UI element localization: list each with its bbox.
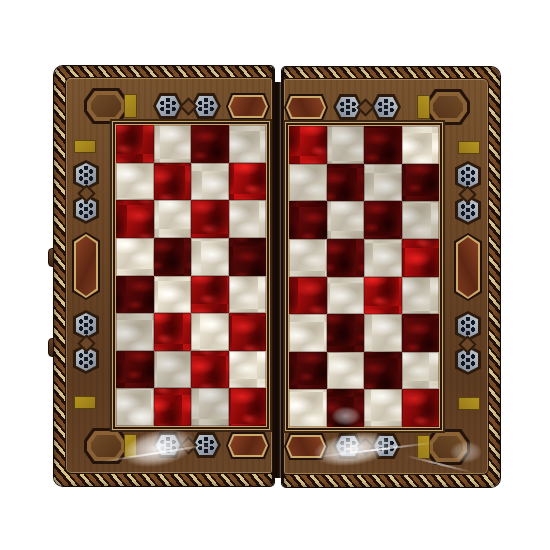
square-a3[interactable]: [116, 313, 154, 351]
square-a5[interactable]: [116, 238, 154, 276]
square-d6[interactable]: [229, 200, 267, 238]
rosette-pair: [73, 160, 99, 224]
square-b6[interactable]: [154, 200, 192, 238]
square-c5[interactable]: [191, 238, 229, 276]
square-b3[interactable]: [154, 313, 192, 351]
square-g7[interactable]: [364, 164, 402, 202]
square-f6[interactable]: [327, 201, 365, 239]
square-h6[interactable]: [402, 201, 440, 239]
square-c4[interactable]: [191, 276, 229, 314]
rosette-pair: [333, 94, 401, 120]
square-f4[interactable]: [327, 277, 365, 315]
square-e1[interactable]: [289, 389, 327, 427]
square-b7[interactable]: [154, 163, 192, 201]
square-c2[interactable]: [191, 351, 229, 389]
inlay-panel: [72, 232, 100, 300]
playfield-right: [289, 126, 439, 427]
square-h2[interactable]: [402, 352, 440, 390]
square-a4[interactable]: [116, 276, 154, 314]
square-a1[interactable]: [116, 388, 154, 426]
chess-board: [54, 66, 498, 487]
mustard-inlay: [74, 396, 96, 409]
square-a2[interactable]: [116, 351, 154, 389]
square-d7[interactable]: [229, 163, 267, 201]
square-b8[interactable]: [154, 125, 192, 163]
square-d5[interactable]: [229, 238, 267, 276]
square-c8[interactable]: [191, 125, 229, 163]
square-f8[interactable]: [327, 126, 365, 164]
square-b4[interactable]: [154, 276, 192, 314]
inlay-panel: [226, 93, 270, 120]
corner-motif-icon: [426, 429, 470, 465]
square-a8[interactable]: [116, 125, 154, 163]
square-c6[interactable]: [191, 200, 229, 238]
square-g4[interactable]: [364, 277, 402, 315]
square-c7[interactable]: [191, 163, 229, 201]
square-d4[interactable]: [229, 276, 267, 314]
checkerboard-left: [116, 125, 266, 426]
square-g8[interactable]: [364, 126, 402, 164]
square-e7[interactable]: [289, 164, 327, 202]
square-f2[interactable]: [327, 352, 365, 390]
corner-motif-icon: [84, 428, 128, 464]
square-h8[interactable]: [402, 126, 440, 164]
mustard-inlay: [124, 434, 137, 458]
square-e5[interactable]: [289, 239, 327, 277]
rosette-pair: [153, 93, 221, 119]
mustard-inlay: [417, 435, 430, 459]
square-g5[interactable]: [364, 239, 402, 277]
mosaic-rosette-icon: [371, 433, 401, 459]
rosette-pair: [153, 432, 221, 458]
square-f5[interactable]: [327, 239, 365, 277]
mosaic-rosette-icon: [371, 94, 401, 120]
board-left-half: [54, 66, 274, 486]
square-f3[interactable]: [327, 314, 365, 352]
square-d3[interactable]: [229, 313, 267, 351]
inlay-panel: [226, 432, 270, 459]
rosette-pair: [455, 161, 481, 225]
playfield-left: [116, 125, 266, 426]
square-e2[interactable]: [289, 352, 327, 390]
square-g6[interactable]: [364, 201, 402, 239]
square-e8[interactable]: [289, 126, 327, 164]
mustard-inlay: [458, 141, 480, 154]
mustard-inlay: [74, 140, 96, 153]
square-b1[interactable]: [154, 388, 192, 426]
mustard-inlay: [458, 397, 480, 410]
rosette-pair: [333, 433, 401, 459]
square-b2[interactable]: [154, 351, 192, 389]
inlay-panel: [454, 233, 482, 301]
square-h3[interactable]: [402, 314, 440, 352]
square-c3[interactable]: [191, 313, 229, 351]
square-e6[interactable]: [289, 201, 327, 239]
photo-background: [0, 0, 550, 550]
checkerboard-right: [289, 126, 439, 427]
square-g3[interactable]: [364, 314, 402, 352]
inlay-panel: [284, 94, 328, 121]
square-a6[interactable]: [116, 200, 154, 238]
square-h1[interactable]: [402, 389, 440, 427]
square-h7[interactable]: [402, 164, 440, 202]
rosette-pair: [73, 310, 99, 374]
square-d1[interactable]: [229, 388, 267, 426]
square-h5[interactable]: [402, 239, 440, 277]
board-right-half: [282, 67, 500, 487]
mustard-inlay: [417, 95, 430, 119]
square-f7[interactable]: [327, 164, 365, 202]
square-c1[interactable]: [191, 388, 229, 426]
rosette-pair: [455, 311, 481, 375]
square-g1[interactable]: [364, 389, 402, 427]
square-g2[interactable]: [364, 352, 402, 390]
square-b5[interactable]: [154, 238, 192, 276]
square-d8[interactable]: [229, 125, 267, 163]
square-h4[interactable]: [402, 277, 440, 315]
square-f1[interactable]: [327, 389, 365, 427]
corner-motif-icon: [426, 89, 470, 125]
mustard-inlay: [124, 94, 137, 118]
square-e4[interactable]: [289, 277, 327, 315]
square-d2[interactable]: [229, 351, 267, 389]
inlay-panel: [284, 433, 328, 460]
square-a7[interactable]: [116, 163, 154, 201]
corner-motif-icon: [84, 88, 128, 124]
square-e3[interactable]: [289, 314, 327, 352]
